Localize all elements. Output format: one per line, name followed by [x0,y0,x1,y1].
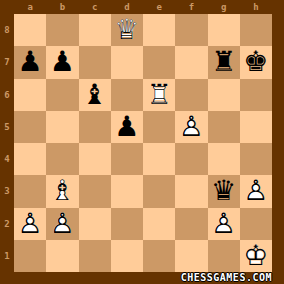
black-bishop-c6: ♝ [79,79,111,111]
square-e4[interactable] [143,143,175,175]
square-h8[interactable] [240,14,272,46]
square-d4[interactable] [111,143,143,175]
square-e7[interactable] [143,46,175,78]
file-labels: abcdefgh [14,0,272,14]
white-pawn-g2: ♟♙ [208,208,240,240]
rank-label-6: 6 [0,79,14,111]
rank-label-2: 2 [0,208,14,240]
white-pawn-a2: ♟♙ [14,208,46,240]
square-b6[interactable] [46,79,78,111]
square-h6[interactable] [240,79,272,111]
square-g4[interactable] [208,143,240,175]
file-label-d: d [111,0,143,14]
square-f5[interactable]: ♟♙ [175,111,207,143]
square-a7[interactable]: ♟ [14,46,46,78]
file-label-e: e [143,0,175,14]
file-label-f: f [175,0,207,14]
square-d6[interactable] [111,79,143,111]
white-bishop-b3: ♝♗ [46,175,78,207]
square-e3[interactable] [143,175,175,207]
rank-label-1: 1 [0,240,14,272]
square-e6[interactable]: ♜♖ [143,79,175,111]
square-f8[interactable] [175,14,207,46]
chessgames-watermark: CHESSGAMES.COM [181,272,272,283]
square-c3[interactable] [79,175,111,207]
black-king-h7: ♚ [240,46,272,78]
square-g1[interactable] [208,240,240,272]
square-g3[interactable]: ♛ [208,175,240,207]
square-a2[interactable]: ♟♙ [14,208,46,240]
file-label-a: a [14,0,46,14]
square-c1[interactable] [79,240,111,272]
square-c7[interactable] [79,46,111,78]
square-c4[interactable] [79,143,111,175]
square-c2[interactable] [79,208,111,240]
black-queen-g3: ♛ [208,175,240,207]
rank-label-3: 3 [0,175,14,207]
square-a8[interactable] [14,14,46,46]
white-king-h1: ♚♔ [240,240,272,272]
square-d7[interactable] [111,46,143,78]
square-g5[interactable] [208,111,240,143]
square-c6[interactable]: ♝ [79,79,111,111]
chess-board: ♛♕♟♟♜♚♝♜♖♟♟♙♝♗♛♟♙♟♙♟♙♟♙♚♔ [14,14,272,272]
square-a4[interactable] [14,143,46,175]
square-f4[interactable] [175,143,207,175]
file-label-b: b [46,0,78,14]
rank-label-4: 4 [0,143,14,175]
white-pawn-h3: ♟♙ [240,175,272,207]
square-d1[interactable] [111,240,143,272]
square-g8[interactable] [208,14,240,46]
square-f1[interactable] [175,240,207,272]
file-label-g: g [208,0,240,14]
square-h3[interactable]: ♟♙ [240,175,272,207]
square-g2[interactable]: ♟♙ [208,208,240,240]
file-label-h: h [240,0,272,14]
square-b1[interactable] [46,240,78,272]
square-f2[interactable] [175,208,207,240]
square-d2[interactable] [111,208,143,240]
square-h5[interactable] [240,111,272,143]
square-h2[interactable] [240,208,272,240]
square-a1[interactable] [14,240,46,272]
square-f7[interactable] [175,46,207,78]
white-queen-d8: ♛♕ [111,14,143,46]
file-label-c: c [79,0,111,14]
square-e8[interactable] [143,14,175,46]
square-b5[interactable] [46,111,78,143]
rank-label-5: 5 [0,111,14,143]
chess-diagram: abcdefgh 87654321 ♛♕♟♟♜♚♝♜♖♟♟♙♝♗♛♟♙♟♙♟♙♟… [0,0,284,284]
square-d8[interactable]: ♛♕ [111,14,143,46]
square-a6[interactable] [14,79,46,111]
black-pawn-d5: ♟ [111,111,143,143]
rank-label-7: 7 [0,46,14,78]
square-g7[interactable]: ♜ [208,46,240,78]
square-c5[interactable] [79,111,111,143]
white-pawn-b2: ♟♙ [46,208,78,240]
rank-labels: 87654321 [0,14,14,272]
square-f6[interactable] [175,79,207,111]
square-b3[interactable]: ♝♗ [46,175,78,207]
square-h1[interactable]: ♚♔ [240,240,272,272]
square-b2[interactable]: ♟♙ [46,208,78,240]
square-d5[interactable]: ♟ [111,111,143,143]
square-b8[interactable] [46,14,78,46]
square-e2[interactable] [143,208,175,240]
square-e5[interactable] [143,111,175,143]
square-h4[interactable] [240,143,272,175]
square-g6[interactable] [208,79,240,111]
square-b4[interactable] [46,143,78,175]
square-e1[interactable] [143,240,175,272]
square-b7[interactable]: ♟ [46,46,78,78]
square-c8[interactable] [79,14,111,46]
rank-label-8: 8 [0,14,14,46]
square-f3[interactable] [175,175,207,207]
square-d3[interactable] [111,175,143,207]
square-a3[interactable] [14,175,46,207]
white-rook-e6: ♜♖ [143,79,175,111]
black-pawn-b7: ♟ [46,46,78,78]
square-h7[interactable]: ♚ [240,46,272,78]
black-rook-g7: ♜ [208,46,240,78]
square-a5[interactable] [14,111,46,143]
white-pawn-f5: ♟♙ [175,111,207,143]
black-pawn-a7: ♟ [14,46,46,78]
